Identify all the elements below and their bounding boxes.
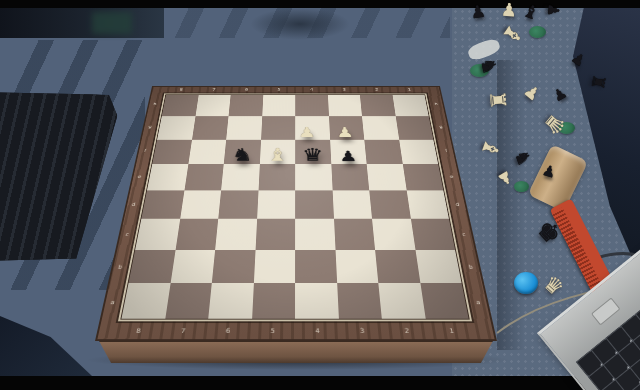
green-felt-base [529,26,546,38]
chess-table-photo: 87654321 hgfedcba ♟♟♞♝♛♟ hgfedcba 876543… [0,0,640,390]
black-pawn-standing: ♟ [469,3,486,22]
white-bishop-lying: ♝ [497,20,526,49]
white-pawn-lying: ♟ [521,82,544,105]
white-queen-lying: ♛ [539,109,570,140]
black-knight-lying: ♞ [478,56,500,77]
black-border-bottom [0,376,640,390]
black-pawn-lying: ♟ [550,85,569,105]
black-rook-lying: ♜ [588,73,607,91]
white-rook-lying: ♜ [486,90,509,111]
blue-bottle-cap [514,272,538,294]
black-pawn-lying: ♟ [545,3,561,18]
white-bishop-lying: ♝ [477,136,503,161]
black-pawn-lying: ♟ [568,50,588,70]
white-pawn-standing: ♟ [500,0,517,19]
black-knight-lying: ♞ [512,147,534,168]
white-queen-lying: ♛ [539,272,567,300]
white-pawn-lying: ♟ [495,167,515,188]
laptop-sticker [591,297,621,325]
